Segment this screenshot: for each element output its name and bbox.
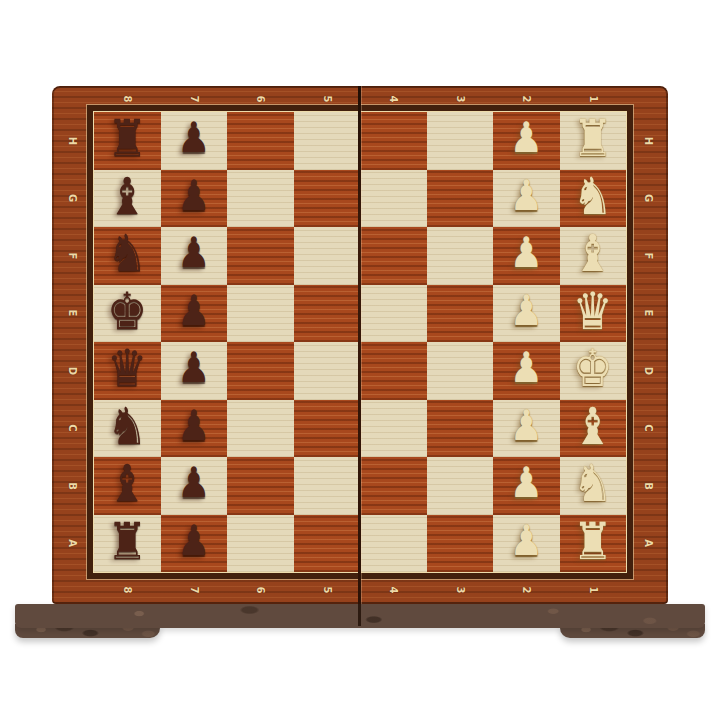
rank-label-bottom-8: 8 — [122, 587, 133, 594]
white-pawn-b2[interactable]: ♟ — [510, 462, 543, 504]
rank-label-top-8: 8 — [122, 96, 133, 103]
black-rook-a8[interactable]: ♜ — [107, 515, 147, 566]
square-c2[interactable]: ♟ — [493, 400, 560, 458]
square-g2[interactable]: ♟ — [493, 170, 560, 228]
square-e4[interactable] — [360, 285, 427, 343]
black-bishop-g8[interactable]: ♝ — [107, 170, 147, 221]
square-b1[interactable]: ♞ — [560, 457, 627, 515]
black-knight-c8[interactable]: ♞ — [107, 400, 147, 451]
white-rook-a1[interactable]: ♜ — [573, 515, 613, 566]
square-g8[interactable]: ♝ — [94, 170, 161, 228]
file-label-left-e: E — [67, 310, 78, 317]
square-g7[interactable]: ♟ — [161, 170, 228, 228]
fold-seam — [358, 86, 361, 604]
square-e6[interactable] — [227, 285, 294, 343]
white-pawn-e2[interactable]: ♟ — [510, 290, 543, 332]
square-c1[interactable]: ♝ — [560, 400, 627, 458]
square-d8[interactable]: ♛ — [94, 342, 161, 400]
rank-label-top-3: 3 — [454, 96, 465, 103]
square-f5[interactable] — [294, 227, 361, 285]
square-c8[interactable]: ♞ — [94, 400, 161, 458]
black-pawn-h7[interactable]: ♟ — [177, 117, 210, 159]
square-h7[interactable]: ♟ — [161, 112, 228, 170]
square-c3[interactable] — [427, 400, 494, 458]
chess-board: ♜♟♟♜♝♟♟♞♞♟♟♝♚♟♟♛♛♟♟♚♞♟♟♝♝♟♟♞♜♟♟♜ HHGGFFE… — [52, 86, 668, 604]
square-c7[interactable]: ♟ — [161, 400, 228, 458]
square-g3[interactable] — [427, 170, 494, 228]
square-a2[interactable]: ♟ — [493, 515, 560, 573]
square-h3[interactable] — [427, 112, 494, 170]
square-f6[interactable] — [227, 227, 294, 285]
rank-label-top-7: 7 — [188, 96, 199, 103]
square-b7[interactable]: ♟ — [161, 457, 228, 515]
white-pawn-a2[interactable]: ♟ — [510, 520, 543, 562]
square-a7[interactable]: ♟ — [161, 515, 228, 573]
black-pawn-d7[interactable]: ♟ — [177, 347, 210, 389]
white-knight-b1[interactable]: ♞ — [573, 458, 613, 509]
rank-label-top-2: 2 — [521, 96, 532, 103]
rank-label-top-1: 1 — [587, 96, 598, 103]
square-g1[interactable]: ♞ — [560, 170, 627, 228]
file-label-left-d: D — [67, 367, 78, 375]
rank-label-bottom-1: 1 — [587, 587, 598, 594]
square-e3[interactable] — [427, 285, 494, 343]
white-bishop-c1[interactable]: ♝ — [573, 400, 613, 451]
rank-label-bottom-5: 5 — [321, 587, 332, 594]
file-label-left-c: C — [67, 425, 78, 432]
black-pawn-c7[interactable]: ♟ — [177, 405, 210, 447]
square-h1[interactable]: ♜ — [560, 112, 627, 170]
black-pawn-b7[interactable]: ♟ — [177, 462, 210, 504]
rank-label-bottom-4: 4 — [388, 587, 399, 594]
black-pawn-a7[interactable]: ♟ — [177, 520, 210, 562]
square-e2[interactable]: ♟ — [493, 285, 560, 343]
black-king-e8[interactable]: ♚ — [107, 285, 147, 336]
file-label-left-g: G — [67, 194, 78, 202]
file-label-right-h: H — [643, 137, 654, 145]
square-a1[interactable]: ♜ — [560, 515, 627, 573]
square-d5[interactable] — [294, 342, 361, 400]
white-queen-e1[interactable]: ♛ — [573, 285, 613, 336]
square-d6[interactable] — [227, 342, 294, 400]
square-f2[interactable]: ♟ — [493, 227, 560, 285]
square-c5[interactable] — [294, 400, 361, 458]
white-knight-g1[interactable]: ♞ — [573, 170, 613, 221]
square-d3[interactable] — [427, 342, 494, 400]
rank-label-top-5: 5 — [321, 96, 332, 103]
square-e7[interactable]: ♟ — [161, 285, 228, 343]
white-king-d1[interactable]: ♚ — [573, 343, 613, 394]
file-label-right-d: D — [643, 367, 654, 375]
square-e1[interactable]: ♛ — [560, 285, 627, 343]
file-label-left-f: F — [67, 252, 78, 259]
square-d2[interactable]: ♟ — [493, 342, 560, 400]
black-pawn-f7[interactable]: ♟ — [177, 232, 210, 274]
file-label-right-c: C — [643, 425, 654, 432]
square-g4[interactable] — [360, 170, 427, 228]
square-h6[interactable] — [227, 112, 294, 170]
square-d4[interactable] — [360, 342, 427, 400]
square-e8[interactable]: ♚ — [94, 285, 161, 343]
black-rook-h8[interactable]: ♜ — [107, 113, 147, 164]
square-g6[interactable] — [227, 170, 294, 228]
white-pawn-d2[interactable]: ♟ — [510, 347, 543, 389]
rank-label-top-4: 4 — [388, 96, 399, 103]
file-label-right-a: A — [643, 539, 654, 547]
square-h4[interactable] — [360, 112, 427, 170]
black-pawn-e7[interactable]: ♟ — [177, 290, 210, 332]
file-label-right-g: G — [643, 194, 654, 202]
rank-label-bottom-3: 3 — [454, 587, 465, 594]
square-d7[interactable]: ♟ — [161, 342, 228, 400]
square-f8[interactable]: ♞ — [94, 227, 161, 285]
black-knight-f8[interactable]: ♞ — [107, 228, 147, 279]
square-h8[interactable]: ♜ — [94, 112, 161, 170]
file-label-right-f: F — [643, 252, 654, 259]
white-rook-h1[interactable]: ♜ — [573, 113, 613, 164]
file-label-left-b: B — [67, 482, 78, 490]
rank-label-bottom-2: 2 — [521, 587, 532, 594]
square-b6[interactable] — [227, 457, 294, 515]
square-f4[interactable] — [360, 227, 427, 285]
white-pawn-h2[interactable]: ♟ — [510, 117, 543, 159]
square-f7[interactable]: ♟ — [161, 227, 228, 285]
square-b5[interactable] — [294, 457, 361, 515]
black-bishop-b8[interactable]: ♝ — [107, 458, 147, 509]
square-c4[interactable] — [360, 400, 427, 458]
square-d1[interactable]: ♚ — [560, 342, 627, 400]
square-a8[interactable]: ♜ — [94, 515, 161, 573]
square-a6[interactable] — [227, 515, 294, 573]
rank-label-bottom-7: 7 — [188, 587, 199, 594]
black-pawn-g7[interactable]: ♟ — [177, 175, 210, 217]
square-e5[interactable] — [294, 285, 361, 343]
square-b8[interactable]: ♝ — [94, 457, 161, 515]
square-h2[interactable]: ♟ — [493, 112, 560, 170]
square-h5[interactable] — [294, 112, 361, 170]
white-bishop-f1[interactable]: ♝ — [573, 228, 613, 279]
base-fold-seam — [358, 604, 361, 626]
square-f1[interactable]: ♝ — [560, 227, 627, 285]
rank-label-bottom-6: 6 — [255, 587, 266, 594]
file-label-right-e: E — [643, 310, 654, 317]
square-a5[interactable] — [294, 515, 361, 573]
white-pawn-c2[interactable]: ♟ — [510, 405, 543, 447]
black-queen-d8[interactable]: ♛ — [107, 343, 147, 394]
square-g5[interactable] — [294, 170, 361, 228]
white-pawn-f2[interactable]: ♟ — [510, 232, 543, 274]
white-pawn-g2[interactable]: ♟ — [510, 175, 543, 217]
file-label-right-b: B — [643, 482, 654, 490]
product-photo-scene: ♜♟♟♜♝♟♟♞♞♟♟♝♚♟♟♛♛♟♟♚♞♟♟♝♝♟♟♞♜♟♟♜ HHGGFFE… — [0, 0, 720, 720]
square-b3[interactable] — [427, 457, 494, 515]
square-f3[interactable] — [427, 227, 494, 285]
square-a3[interactable] — [427, 515, 494, 573]
square-c6[interactable] — [227, 400, 294, 458]
square-a4[interactable] — [360, 515, 427, 573]
file-label-left-a: A — [67, 539, 78, 547]
file-label-left-h: H — [67, 137, 78, 145]
rank-label-top-6: 6 — [255, 96, 266, 103]
square-b2[interactable]: ♟ — [493, 457, 560, 515]
square-b4[interactable] — [360, 457, 427, 515]
